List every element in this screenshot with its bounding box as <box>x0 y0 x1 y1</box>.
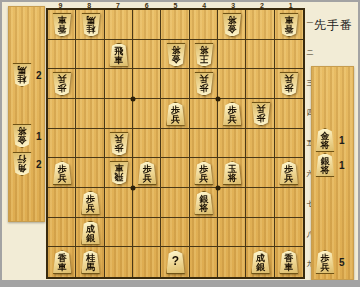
board-piece-anchor: 歩兵 <box>279 161 299 185</box>
board-piece-anchor: ? <box>166 250 186 274</box>
piece-lance[interactable]: 香車 <box>279 13 299 37</box>
star-point <box>216 97 221 102</box>
board-square[interactable] <box>218 129 246 159</box>
piece-glyph: 歩 <box>58 83 67 92</box>
piece-silver[interactable]: 銀将 <box>194 191 214 215</box>
piece-gold[interactable]: 金将 <box>222 13 242 37</box>
piece-silver[interactable]: 銀将 <box>315 153 335 177</box>
board-square[interactable] <box>161 218 189 248</box>
board-square[interactable] <box>161 10 189 40</box>
board-square[interactable] <box>190 247 218 277</box>
hand-count: 1 <box>36 131 42 142</box>
piece-glyph: 兵 <box>86 204 95 213</box>
piece-pawn[interactable]: 歩兵 <box>279 72 299 96</box>
board-square[interactable] <box>48 129 76 159</box>
piece-glyph: 行 <box>18 154 27 163</box>
hand-count: 1 <box>339 160 345 171</box>
piece-glyph: 車 <box>284 263 293 272</box>
board-square[interactable] <box>190 129 218 159</box>
board-piece-anchor: 歩兵 <box>109 132 129 156</box>
piece-promoted-silver[interactable]: 成銀 <box>251 250 271 274</box>
piece-bishop[interactable]: 角行 <box>12 152 32 176</box>
piece-glyph: 飛 <box>114 172 123 181</box>
board-piece-anchor: 王将 <box>194 43 214 67</box>
piece-glyph: 香 <box>284 24 293 33</box>
board-piece-anchor: 香車 <box>279 13 299 37</box>
board-square[interactable] <box>190 10 218 40</box>
piece-knight[interactable]: 桂馬 <box>12 63 32 87</box>
piece-glyph: 車 <box>58 15 67 24</box>
board-square[interactable] <box>218 218 246 248</box>
shogi-app: 987654321 桂馬2金将1角行2 香車桂馬金将香車飛車金将王将歩兵歩兵歩兵… <box>0 0 360 287</box>
piece-glyph: 車 <box>114 163 123 172</box>
board-square[interactable] <box>218 40 246 70</box>
piece-glyph: 歩 <box>256 113 265 122</box>
board-square[interactable] <box>105 10 133 40</box>
piece-glyph: 将 <box>228 174 237 183</box>
hand-count: 1 <box>339 135 345 146</box>
piece-glyph: 兵 <box>199 74 208 83</box>
board-piece-anchor: 歩兵 <box>81 191 101 215</box>
gote-hand-panel: 桂馬2金将1角行2 <box>8 6 45 222</box>
piece-knight[interactable]: 桂馬 <box>81 13 101 37</box>
piece-pawn[interactable]: 歩兵 <box>279 161 299 185</box>
piece-glyph: 金 <box>18 135 27 144</box>
board-square[interactable] <box>275 218 303 248</box>
board-square[interactable] <box>275 99 303 129</box>
piece-glyph: 将 <box>228 15 237 24</box>
board-square[interactable] <box>133 99 161 129</box>
piece-pawn[interactable]: 歩兵 <box>109 132 129 156</box>
board-square[interactable] <box>246 10 274 40</box>
piece-promoted-silver[interactable]: 成銀 <box>81 221 101 245</box>
piece-hidden[interactable]: ? <box>166 250 186 274</box>
board-square[interactable] <box>48 218 76 248</box>
board-square[interactable] <box>246 129 274 159</box>
piece-glyph: 将 <box>321 166 330 175</box>
piece-glyph: 兵 <box>114 134 123 143</box>
piece-lance[interactable]: 香車 <box>52 250 72 274</box>
board-square[interactable] <box>133 188 161 218</box>
board-piece-anchor: 金将 <box>222 13 242 37</box>
piece-glyph: 銀 <box>86 234 95 243</box>
piece-glyph: 馬 <box>18 65 27 74</box>
piece-glyph: 将 <box>199 45 208 54</box>
board-piece-anchor: 桂馬 <box>81 13 101 37</box>
piece-gold[interactable]: 金将 <box>315 128 335 152</box>
piece-glyph: 馬 <box>86 15 95 24</box>
board-piece-anchor: 飛車 <box>109 43 129 67</box>
piece-glyph: 桂 <box>86 24 95 33</box>
board-square[interactable] <box>218 188 246 218</box>
board-square[interactable] <box>76 129 104 159</box>
piece-glyph: 兵 <box>171 115 180 124</box>
board-square[interactable] <box>133 247 161 277</box>
piece-glyph: 将 <box>199 204 208 213</box>
piece-rook[interactable]: 飛車 <box>109 161 129 185</box>
board-piece-anchor: 歩兵 <box>166 102 186 126</box>
board-square[interactable] <box>190 218 218 248</box>
board-piece-anchor: 玉将 <box>222 161 242 185</box>
board-piece-anchor: 歩兵 <box>222 102 242 126</box>
piece-glyph: 角 <box>18 163 27 172</box>
sente-hand-panel: 金将1銀将1歩兵5 <box>311 66 354 280</box>
board-square[interactable] <box>48 99 76 129</box>
piece-glyph: 将 <box>171 45 180 54</box>
hand-count: 2 <box>36 159 42 170</box>
star-point <box>131 186 136 191</box>
board-piece-anchor: 歩兵 <box>194 161 214 185</box>
hand-count: 2 <box>36 70 42 81</box>
board-square[interactable] <box>161 69 189 99</box>
piece-glyph: 桂 <box>18 74 27 83</box>
piece-pawn[interactable]: 歩兵 <box>315 250 335 274</box>
piece-glyph: 車 <box>284 15 293 24</box>
board-square[interactable] <box>161 129 189 159</box>
sente-hand-gold: 金将1 <box>315 128 345 152</box>
board-square[interactable] <box>76 69 104 99</box>
board-square[interactable] <box>76 40 104 70</box>
hand-count: 5 <box>339 257 345 268</box>
piece-glyph: 車 <box>114 56 123 65</box>
board-piece-anchor: 成銀 <box>81 221 101 245</box>
piece-glyph: 兵 <box>58 174 67 183</box>
board-piece-anchor: 香車 <box>52 13 72 37</box>
board-piece-anchor: 香車 <box>52 250 72 274</box>
piece-glyph: 兵 <box>58 74 67 83</box>
piece-glyph: 兵 <box>228 115 237 124</box>
piece-glyph: 歩 <box>199 83 208 92</box>
board-square[interactable] <box>161 188 189 218</box>
board-square[interactable] <box>105 247 133 277</box>
board-grid: 香車桂馬金将香車飛車金将王将歩兵歩兵歩兵歩兵歩兵歩兵歩兵歩兵飛車歩兵歩兵玉将歩兵… <box>48 10 303 277</box>
gote-hand-knight: 桂馬2 <box>12 63 42 87</box>
piece-pawn[interactable]: 歩兵 <box>222 102 242 126</box>
board-square[interactable] <box>190 99 218 129</box>
piece-pawn[interactable]: 歩兵 <box>52 72 72 96</box>
board-square[interactable] <box>133 40 161 70</box>
piece-lance[interactable]: 香車 <box>52 13 72 37</box>
piece-glyph: 兵 <box>256 104 265 113</box>
board-square[interactable] <box>105 218 133 248</box>
board-square[interactable] <box>105 99 133 129</box>
piece-pawn[interactable]: 歩兵 <box>251 102 271 126</box>
board-square[interactable] <box>76 99 104 129</box>
rank-label: 二 <box>305 38 315 68</box>
piece-pawn[interactable]: 歩兵 <box>194 161 214 185</box>
piece-pawn[interactable]: 歩兵 <box>166 102 186 126</box>
board-piece-anchor: 歩兵 <box>52 72 72 96</box>
board-piece-anchor: 銀将 <box>194 191 214 215</box>
board-piece-anchor: 歩兵 <box>52 161 72 185</box>
sente-hand-silver: 銀将1 <box>315 153 345 177</box>
board-square[interactable] <box>76 158 104 188</box>
piece-glyph: 歩 <box>284 83 293 92</box>
board-square[interactable] <box>105 188 133 218</box>
piece-pawn[interactable]: 歩兵 <box>137 161 157 185</box>
board-piece-anchor: 香車 <box>279 250 299 274</box>
star-point <box>131 97 136 102</box>
board-piece-anchor: 桂馬 <box>81 250 101 274</box>
piece-pawn[interactable]: 歩兵 <box>81 191 101 215</box>
board-square[interactable] <box>161 158 189 188</box>
gote-hand-bishop: 角行2 <box>12 152 42 176</box>
piece-gold[interactable]: 金将 <box>166 43 186 67</box>
piece-glyph: 金 <box>228 24 237 33</box>
piece-glyph: 車 <box>58 263 67 272</box>
piece-pawn[interactable]: 歩兵 <box>194 72 214 96</box>
piece-glyph: 将 <box>18 126 27 135</box>
gote-hand-gold: 金将1 <box>12 124 42 148</box>
board-piece-anchor: 歩兵 <box>279 72 299 96</box>
board-square[interactable] <box>218 247 246 277</box>
piece-glyph: 兵 <box>143 174 152 183</box>
board-square[interactable] <box>48 40 76 70</box>
sente-hand-pawn: 歩兵5 <box>315 250 345 274</box>
board-piece-anchor: 金将 <box>166 43 186 67</box>
piece-glyph: ? <box>172 254 179 272</box>
board-piece-anchor: 歩兵 <box>194 72 214 96</box>
piece-king[interactable]: 玉将 <box>222 161 242 185</box>
piece-glyph: 兵 <box>321 263 330 272</box>
board-square[interactable] <box>246 158 274 188</box>
board-square[interactable] <box>218 69 246 99</box>
piece-glyph: 兵 <box>284 174 293 183</box>
board-square[interactable] <box>133 10 161 40</box>
board-square[interactable] <box>133 69 161 99</box>
shogi-board: 香車桂馬金将香車飛車金将王将歩兵歩兵歩兵歩兵歩兵歩兵歩兵歩兵飛車歩兵歩兵玉将歩兵… <box>46 8 305 279</box>
board-square[interactable] <box>275 40 303 70</box>
turn-indicator: 先手番 <box>314 17 353 34</box>
board-piece-anchor: 飛車 <box>109 161 129 185</box>
piece-glyph: 香 <box>58 24 67 33</box>
piece-glyph: 銀 <box>256 263 265 272</box>
board-square[interactable] <box>105 69 133 99</box>
piece-lance[interactable]: 香車 <box>279 250 299 274</box>
piece-rook[interactable]: 飛車 <box>109 43 129 67</box>
board-square[interactable] <box>275 188 303 218</box>
piece-glyph: 兵 <box>199 174 208 183</box>
star-point <box>216 186 221 191</box>
board-piece-anchor: 歩兵 <box>251 102 271 126</box>
piece-glyph: 将 <box>321 141 330 150</box>
board-piece-anchor: 歩兵 <box>137 161 157 185</box>
board-square[interactable] <box>246 218 274 248</box>
board-piece-anchor: 成銀 <box>251 250 271 274</box>
piece-king[interactable]: 王将 <box>194 43 214 67</box>
piece-glyph: 兵 <box>284 74 293 83</box>
board-square[interactable] <box>133 218 161 248</box>
piece-glyph: 馬 <box>86 263 95 272</box>
board-square[interactable] <box>48 188 76 218</box>
piece-gold[interactable]: 金将 <box>12 124 32 148</box>
board-square[interactable] <box>275 129 303 159</box>
board-square[interactable] <box>246 69 274 99</box>
board-square[interactable] <box>246 188 274 218</box>
piece-knight[interactable]: 桂馬 <box>81 250 101 274</box>
board-square[interactable] <box>133 129 161 159</box>
board-square[interactable] <box>246 40 274 70</box>
piece-pawn[interactable]: 歩兵 <box>52 161 72 185</box>
